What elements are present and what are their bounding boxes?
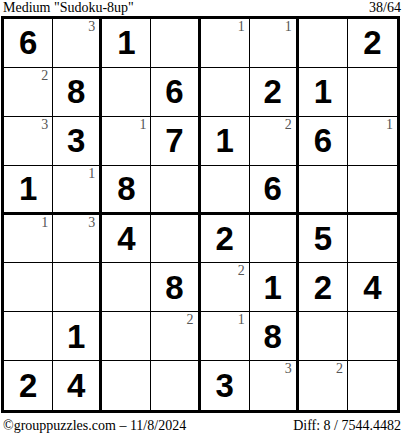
cell-r1c5[interactable]: 1 [201,19,250,68]
pencil-mark: 1 [41,216,48,230]
puzzle-title: Medium "Sudoku-8up" [3,0,134,15]
cell-r2c4[interactable]: 6 [151,68,200,117]
cell-r5c8[interactable] [348,215,397,264]
cell-value: 8 [67,75,85,108]
cell-r5c5[interactable]: 2 [201,215,250,264]
pencil-mark: 1 [386,118,393,132]
cell-r4c5[interactable] [201,166,250,215]
cell-r3c3[interactable]: 1 [102,117,151,166]
pencil-mark: 3 [88,20,95,34]
cell-r3c7[interactable]: 6 [299,117,348,166]
cell-r1c7[interactable] [299,19,348,68]
cell-r6c6[interactable]: 1 [250,263,299,312]
cell-value: 4 [117,222,135,255]
cell-value: 6 [19,26,37,59]
cell-r8c5[interactable]: 3 [201,361,250,410]
cell-r7c8[interactable] [348,312,397,361]
cell-r7c1[interactable] [4,312,53,361]
cell-r2c6[interactable]: 2 [250,68,299,117]
cell-r5c3[interactable]: 4 [102,215,151,264]
cell-r8c4[interactable] [151,361,200,410]
cell-r8c7[interactable]: 2 [299,361,348,410]
cell-r7c4[interactable]: 2 [151,312,200,361]
pencil-mark: 1 [238,313,245,327]
cell-value: 1 [314,75,332,108]
cell-value: 8 [117,172,135,205]
cell-r6c8[interactable]: 4 [348,263,397,312]
cell-r5c2[interactable]: 3 [53,215,102,264]
pencil-mark: 1 [238,20,245,34]
cell-value: 8 [264,320,282,353]
cell-r8c6[interactable]: 3 [250,361,299,410]
cell-value: 7 [165,124,183,157]
cell-r6c5[interactable]: 2 [201,263,250,312]
cell-r7c7[interactable] [299,312,348,361]
header: Medium "Sudoku-8up" 38/64 [3,0,401,16]
cell-r5c1[interactable]: 1 [4,215,53,264]
cell-value: 5 [314,222,332,255]
pencil-mark: 2 [187,313,194,327]
cell-r4c3[interactable]: 8 [102,166,151,215]
cell-value: 6 [314,124,332,157]
pencil-mark: 3 [88,216,95,230]
cell-r6c2[interactable] [53,263,102,312]
cell-value: 1 [67,320,85,353]
pencil-mark: 3 [41,118,48,132]
cell-value: 2 [215,222,233,255]
cell-r4c8[interactable] [348,166,397,215]
cell-r7c3[interactable] [102,312,151,361]
cell-value: 6 [165,75,183,108]
cell-r6c1[interactable] [4,263,53,312]
cell-r1c2[interactable]: 3 [53,19,102,68]
cell-r6c7[interactable]: 2 [299,263,348,312]
cell-r3c2[interactable]: 3 [53,117,102,166]
cell-r4c1[interactable]: 1 [4,166,53,215]
cell-r4c7[interactable] [299,166,348,215]
cell-r7c2[interactable]: 1 [53,312,102,361]
cell-r1c4[interactable] [151,19,200,68]
cell-r8c8[interactable] [348,361,397,410]
cell-value: 4 [363,271,381,304]
difficulty-text: Diff: 8 / 7544.4482 [293,418,401,433]
cell-r1c1[interactable]: 6 [4,19,53,68]
cell-r1c8[interactable]: 2 [348,19,397,68]
cell-value: 3 [67,124,85,157]
pencil-mark: 1 [139,118,146,132]
cell-r5c7[interactable]: 5 [299,215,348,264]
copyright-text: ©grouppuzzles.com – 11/8/2024 [3,418,186,433]
cell-value: 2 [19,369,37,402]
cell-r6c4[interactable]: 8 [151,263,200,312]
cell-r2c3[interactable] [102,68,151,117]
cell-r7c5[interactable]: 1 [201,312,250,361]
cell-r3c6[interactable]: 2 [250,117,299,166]
sudoku-grid: 6311122862133171261118613425821241218243… [1,16,400,413]
cell-value: 4 [67,369,85,402]
cell-r1c6[interactable]: 1 [250,19,299,68]
footer: ©grouppuzzles.com – 11/8/2024 Diff: 8 / … [3,417,401,433]
cell-r5c4[interactable] [151,215,200,264]
cell-value: 1 [215,124,233,157]
cell-r8c1[interactable]: 2 [4,361,53,410]
pencil-mark: 3 [285,362,292,376]
pencil-mark: 1 [88,167,95,181]
pencil-mark: 2 [238,264,245,278]
cell-r4c6[interactable]: 6 [250,166,299,215]
cell-r2c2[interactable]: 8 [53,68,102,117]
cell-r2c7[interactable]: 1 [299,68,348,117]
cell-r2c5[interactable] [201,68,250,117]
cell-counter: 38/64 [369,0,401,15]
cell-r8c3[interactable] [102,361,151,410]
cell-r3c4[interactable]: 7 [151,117,200,166]
cell-value: 1 [19,172,37,205]
cell-r2c1[interactable]: 2 [4,68,53,117]
cell-r7c6[interactable]: 8 [250,312,299,361]
cell-value: 1 [117,26,135,59]
pencil-mark: 2 [285,118,292,132]
cell-r5c6[interactable] [250,215,299,264]
pencil-mark: 2 [41,69,48,83]
cell-value: 8 [165,271,183,304]
cell-value: 2 [264,75,282,108]
cell-value: 6 [264,172,282,205]
cell-r8c2[interactable]: 4 [53,361,102,410]
cell-r4c2[interactable]: 1 [53,166,102,215]
cell-value: 2 [363,26,381,59]
cell-r3c1[interactable]: 3 [4,117,53,166]
cell-r4c4[interactable] [151,166,200,215]
cell-r3c5[interactable]: 1 [201,117,250,166]
cell-r1c3[interactable]: 1 [102,19,151,68]
cell-value: 3 [215,369,233,402]
cell-r3c8[interactable]: 1 [348,117,397,166]
puzzle-page: Medium "Sudoku-8up" 38/64 63111228621331… [0,0,403,437]
cell-r6c3[interactable] [102,263,151,312]
pencil-mark: 1 [285,20,292,34]
pencil-mark: 2 [336,362,343,376]
cell-value: 2 [314,271,332,304]
cell-value: 1 [264,271,282,304]
cell-r2c8[interactable] [348,68,397,117]
